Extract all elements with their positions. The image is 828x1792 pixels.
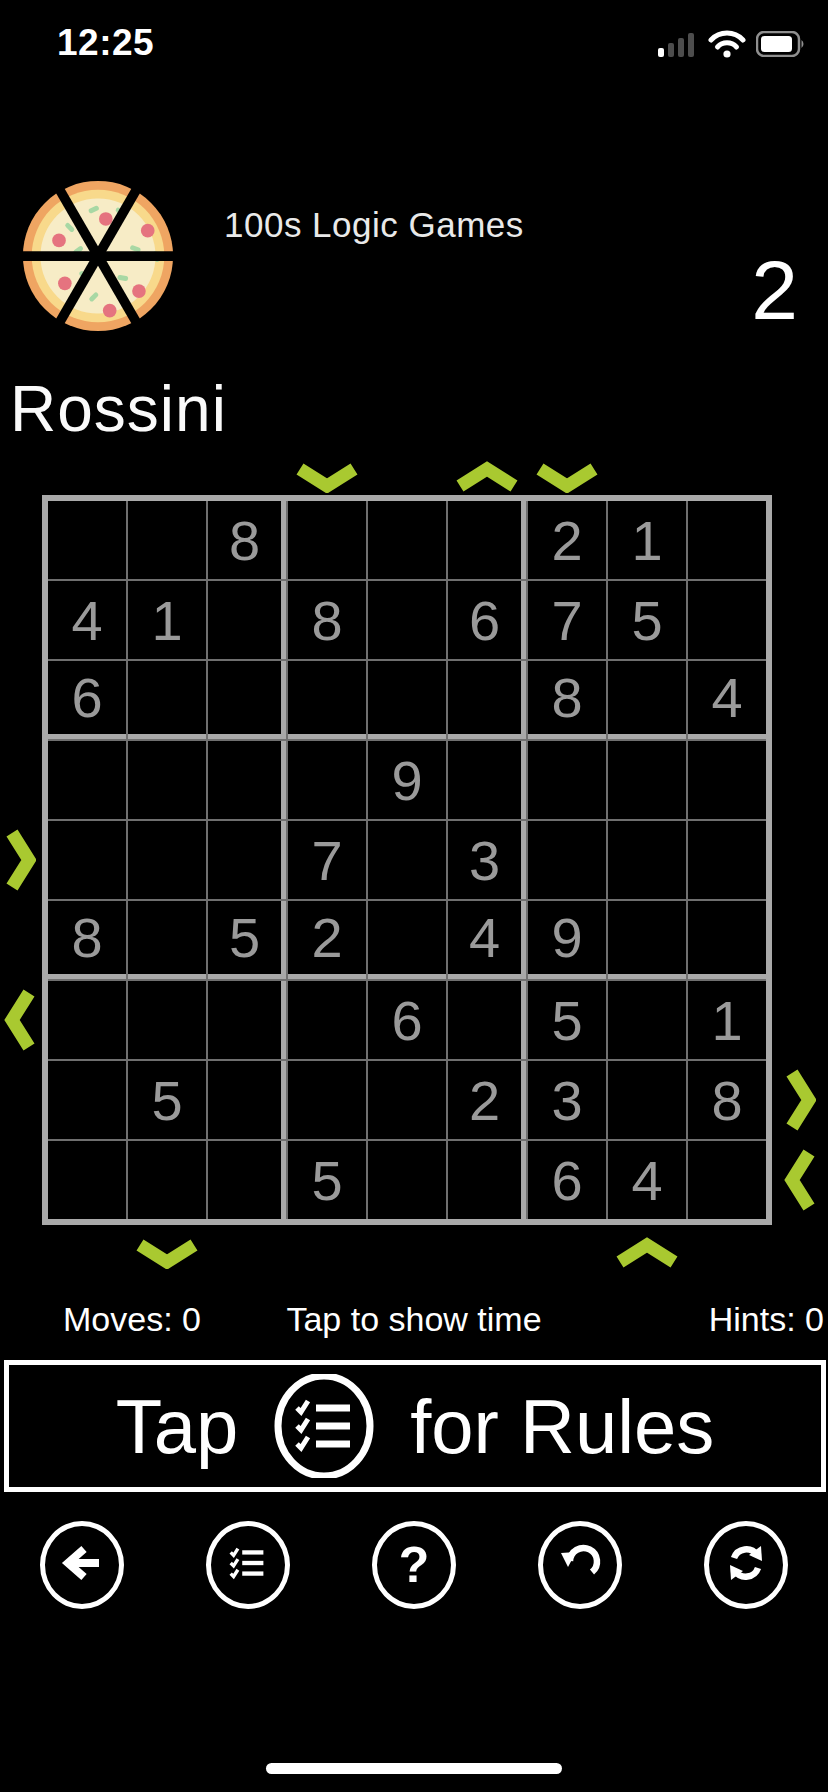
cell-r5c7[interactable] (528, 821, 606, 899)
clock-time: 12:25 (57, 22, 154, 64)
cell-r8c9[interactable]: 8 (688, 1061, 766, 1139)
sudoku-grid: 821418675684973852496515238564 (42, 495, 772, 1225)
rules-banner-suffix: for Rules (410, 1383, 714, 1470)
cellular-signal-icon (658, 31, 698, 61)
rules-banner-prefix: Tap (116, 1383, 239, 1470)
cell-r9c9[interactable] (688, 1141, 766, 1219)
cell-r8c4[interactable] (288, 1061, 366, 1139)
cell-r6c7[interactable]: 9 (528, 901, 606, 979)
cell-r2c6[interactable]: 6 (448, 581, 526, 659)
clue-arrow-right-9-left (784, 1148, 816, 1212)
cell-r4c3[interactable] (208, 741, 286, 819)
cell-r9c6[interactable] (448, 1141, 526, 1219)
cell-r7c7[interactable]: 5 (528, 981, 606, 1059)
clue-arrow-top-6-up (455, 461, 519, 493)
cell-r4c2[interactable] (128, 741, 206, 819)
app-title: 100s Logic Games (224, 205, 524, 245)
clue-arrow-bottom-2-down (135, 1237, 199, 1269)
cell-r5c5[interactable] (368, 821, 446, 899)
cell-r5c4[interactable]: 7 (288, 821, 366, 899)
cell-r5c1[interactable] (48, 821, 126, 899)
cell-r4c6[interactable] (448, 741, 526, 819)
cell-r1c2[interactable] (128, 501, 206, 579)
cell-r3c6[interactable] (448, 661, 526, 739)
rules-banner[interactable]: Tap for Rules (4, 1360, 826, 1492)
clue-arrow-top-7-down (535, 461, 599, 493)
app-screen: 12:25 (0, 0, 828, 1792)
cell-r3c8[interactable] (608, 661, 686, 739)
clue-arrow-right-8-right (784, 1068, 816, 1132)
cell-r1c4[interactable] (288, 501, 366, 579)
game-status-row: Moves: 0 Tap to show time Hints: 0 (0, 1300, 828, 1350)
clue-arrow-bottom-8-up (615, 1237, 679, 1269)
cell-r6c6[interactable]: 4 (448, 901, 526, 979)
back-arrow-icon (59, 1540, 105, 1590)
cell-r2c7[interactable]: 7 (528, 581, 606, 659)
home-indicator[interactable] (266, 1763, 562, 1774)
status-icons (658, 30, 806, 62)
cell-r7c1[interactable] (48, 981, 126, 1059)
cell-r8c3[interactable] (208, 1061, 286, 1139)
cell-r9c8[interactable]: 4 (608, 1141, 686, 1219)
help-button[interactable]: ? (372, 1521, 456, 1609)
cell-r2c4[interactable]: 8 (288, 581, 366, 659)
cell-r4c7[interactable] (528, 741, 606, 819)
checklist-icon (223, 1538, 273, 1592)
cell-r2c9[interactable] (688, 581, 766, 659)
cell-r7c5[interactable]: 6 (368, 981, 446, 1059)
cell-r6c1[interactable]: 8 (48, 901, 126, 979)
cell-r1c7[interactable]: 2 (528, 501, 606, 579)
cell-r1c9[interactable] (688, 501, 766, 579)
cell-r8c5[interactable] (368, 1061, 446, 1139)
cell-r4c1[interactable] (48, 741, 126, 819)
cell-r5c8[interactable] (608, 821, 686, 899)
cell-r7c9[interactable]: 1 (688, 981, 766, 1059)
cell-r9c2[interactable] (128, 1141, 206, 1219)
cell-r6c3[interactable]: 5 (208, 901, 286, 979)
cell-r9c1[interactable] (48, 1141, 126, 1219)
cell-r6c8[interactable] (608, 901, 686, 979)
cell-r1c6[interactable] (448, 501, 526, 579)
cell-r8c2[interactable]: 5 (128, 1061, 206, 1139)
cell-r4c4[interactable] (288, 741, 366, 819)
cell-r3c4[interactable] (288, 661, 366, 739)
cell-r3c1[interactable]: 6 (48, 661, 126, 739)
clue-arrow-left-5-right (4, 828, 36, 892)
wifi-icon (708, 30, 746, 62)
cell-r2c1[interactable]: 4 (48, 581, 126, 659)
checklist-icon (272, 1374, 376, 1478)
cell-r5c2[interactable] (128, 821, 206, 899)
restart-button[interactable] (704, 1521, 788, 1609)
question-mark-icon: ? (399, 1540, 430, 1590)
cell-r3c9[interactable]: 4 (688, 661, 766, 739)
cell-r9c7[interactable]: 6 (528, 1141, 606, 1219)
cell-r2c5[interactable] (368, 581, 446, 659)
cell-r6c4[interactable]: 2 (288, 901, 366, 979)
cell-r1c8[interactable]: 1 (608, 501, 686, 579)
cell-r4c8[interactable] (608, 741, 686, 819)
rules-button[interactable] (206, 1521, 290, 1609)
cell-r2c3[interactable] (208, 581, 286, 659)
undo-button[interactable] (538, 1521, 622, 1609)
cell-r5c9[interactable] (688, 821, 766, 899)
cell-r3c7[interactable]: 8 (528, 661, 606, 739)
cell-r6c9[interactable] (688, 901, 766, 979)
cell-r8c7[interactable]: 3 (528, 1061, 606, 1139)
toolbar: ? (0, 1521, 828, 1609)
cell-r7c2[interactable] (128, 981, 206, 1059)
hints-counter: Hints: 0 (709, 1300, 824, 1339)
cell-r8c1[interactable] (48, 1061, 126, 1139)
board-area: 821418675684973852496515238564 (0, 455, 828, 1285)
cell-r9c3[interactable] (208, 1141, 286, 1219)
cell-r1c3[interactable]: 8 (208, 501, 286, 579)
cell-r8c6[interactable]: 2 (448, 1061, 526, 1139)
clue-arrow-top-4-down (295, 461, 359, 493)
cell-r7c8[interactable] (608, 981, 686, 1059)
cell-r6c2[interactable] (128, 901, 206, 979)
app-logo-pizza-icon (20, 178, 176, 334)
cell-r4c5[interactable]: 9 (368, 741, 446, 819)
cell-r6c5[interactable] (368, 901, 446, 979)
cell-r3c2[interactable] (128, 661, 206, 739)
puzzle-title: Rossini (10, 372, 227, 446)
cell-r7c4[interactable] (288, 981, 366, 1059)
cell-r4c9[interactable] (688, 741, 766, 819)
battery-icon (756, 31, 806, 61)
cell-r9c5[interactable] (368, 1141, 446, 1219)
cell-r8c8[interactable] (608, 1061, 686, 1139)
cell-r9c4[interactable]: 5 (288, 1141, 366, 1219)
cell-r1c5[interactable] (368, 501, 446, 579)
cell-r2c8[interactable]: 5 (608, 581, 686, 659)
back-button[interactable] (40, 1521, 124, 1609)
cell-r3c5[interactable] (368, 661, 446, 739)
cell-r2c2[interactable]: 1 (128, 581, 206, 659)
level-number: 2 (751, 248, 798, 332)
clue-arrow-left-7-left (4, 988, 36, 1052)
cell-r5c3[interactable] (208, 821, 286, 899)
cell-r7c3[interactable] (208, 981, 286, 1059)
show-time-toggle[interactable]: Tap to show time (0, 1300, 828, 1339)
cell-r1c1[interactable] (48, 501, 126, 579)
undo-arrow-icon (557, 1540, 603, 1590)
restart-refresh-icon (723, 1540, 769, 1590)
cell-r3c3[interactable] (208, 661, 286, 739)
cell-r5c6[interactable]: 3 (448, 821, 526, 899)
cell-r7c6[interactable] (448, 981, 526, 1059)
